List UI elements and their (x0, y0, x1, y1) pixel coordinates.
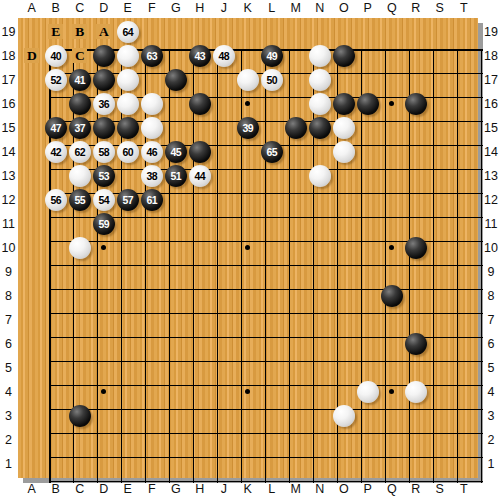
go-board[interactable] (18, 18, 478, 478)
column-label-top-H: H (188, 2, 212, 15)
row-label-left-11: 11 (0, 218, 17, 231)
column-label-top-M: M (284, 2, 308, 15)
column-label-bottom-G: G (164, 483, 188, 496)
row-label-right-10: 10 (482, 242, 500, 255)
column-label-bottom-Q: Q (380, 483, 404, 496)
row-label-left-6: 6 (0, 338, 17, 351)
board-grid-lines[interactable] (49, 49, 483, 483)
column-label-top-P: P (356, 2, 380, 15)
row-label-left-18: 18 (0, 50, 17, 63)
column-label-bottom-K: K (236, 483, 260, 496)
column-label-top-Q: Q (380, 2, 404, 15)
row-label-left-10: 10 (0, 242, 17, 255)
column-label-top-T: T (452, 2, 476, 15)
row-label-left-19: 19 (0, 26, 17, 39)
column-label-bottom-N: N (308, 483, 332, 496)
column-label-bottom-B: B (44, 483, 68, 496)
column-label-bottom-L: L (260, 483, 284, 496)
row-label-right-2: 2 (482, 434, 500, 447)
row-label-right-13: 13 (482, 170, 500, 183)
column-label-top-R: R (404, 2, 428, 15)
row-label-left-9: 9 (0, 266, 17, 279)
row-label-left-5: 5 (0, 362, 17, 375)
column-label-top-G: G (164, 2, 188, 15)
column-label-top-D: D (92, 2, 116, 15)
row-label-right-11: 11 (482, 218, 500, 231)
column-label-bottom-C: C (68, 483, 92, 496)
column-label-bottom-S: S (428, 483, 452, 496)
row-label-right-16: 16 (482, 98, 500, 111)
column-label-top-K: K (236, 2, 260, 15)
column-label-top-C: C (68, 2, 92, 15)
row-label-left-15: 15 (0, 122, 17, 135)
row-label-right-7: 7 (482, 314, 500, 327)
row-label-right-6: 6 (482, 338, 500, 351)
row-label-left-16: 16 (0, 98, 17, 111)
column-label-bottom-R: R (404, 483, 428, 496)
row-label-left-14: 14 (0, 146, 17, 159)
row-label-left-8: 8 (0, 290, 17, 303)
column-label-top-E: E (116, 2, 140, 15)
row-label-right-14: 14 (482, 146, 500, 159)
row-label-right-8: 8 (482, 290, 500, 303)
row-label-left-17: 17 (0, 74, 17, 87)
row-label-left-2: 2 (0, 434, 17, 447)
row-label-right-9: 9 (482, 266, 500, 279)
row-label-right-15: 15 (482, 122, 500, 135)
column-label-bottom-O: O (332, 483, 356, 496)
column-label-bottom-M: M (284, 483, 308, 496)
row-label-right-1: 1 (482, 458, 500, 471)
column-label-bottom-D: D (92, 483, 116, 496)
column-label-bottom-P: P (356, 483, 380, 496)
row-label-left-12: 12 (0, 194, 17, 207)
column-label-top-N: N (308, 2, 332, 15)
row-label-right-3: 3 (482, 410, 500, 423)
row-label-right-4: 4 (482, 386, 500, 399)
column-label-top-A: A (20, 2, 44, 15)
column-label-top-F: F (140, 2, 164, 15)
row-label-left-4: 4 (0, 386, 17, 399)
row-label-right-17: 17 (482, 74, 500, 87)
column-label-top-O: O (332, 2, 356, 15)
column-label-top-L: L (260, 2, 284, 15)
column-label-bottom-E: E (116, 483, 140, 496)
column-label-top-B: B (44, 2, 68, 15)
go-board-diagram: EBADC36373839404142434445464748495051525… (0, 0, 500, 500)
row-label-right-19: 19 (482, 26, 500, 39)
column-label-bottom-J: J (212, 483, 236, 496)
column-label-bottom-H: H (188, 483, 212, 496)
row-label-right-5: 5 (482, 362, 500, 375)
column-label-top-J: J (212, 2, 236, 15)
column-label-bottom-T: T (452, 483, 476, 496)
row-label-left-1: 1 (0, 458, 17, 471)
row-label-right-12: 12 (482, 194, 500, 207)
column-label-bottom-F: F (140, 483, 164, 496)
row-label-left-13: 13 (0, 170, 17, 183)
row-label-right-18: 18 (482, 50, 500, 63)
row-label-left-3: 3 (0, 410, 17, 423)
column-label-bottom-A: A (20, 483, 44, 496)
column-label-top-S: S (428, 2, 452, 15)
row-label-left-7: 7 (0, 314, 17, 327)
